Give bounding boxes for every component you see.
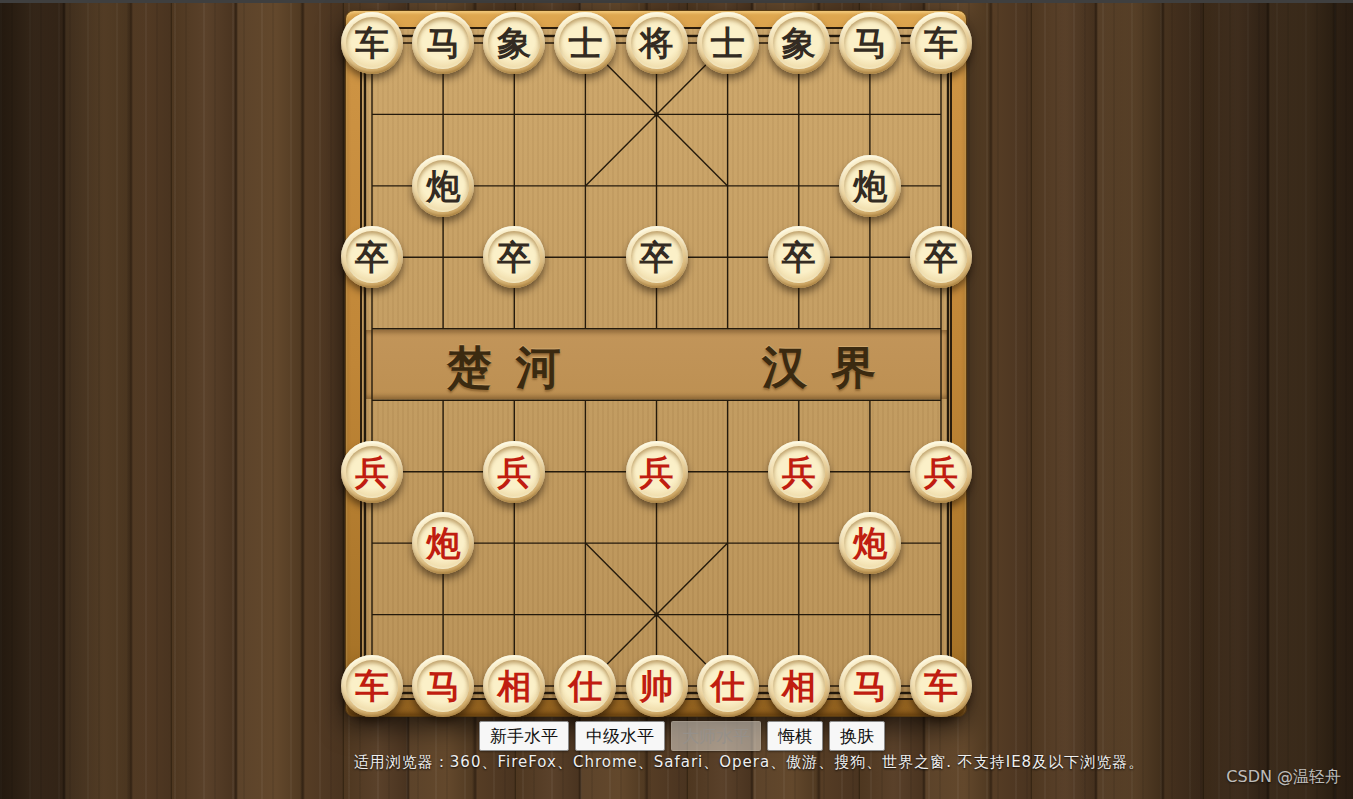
piece-face: 炮 bbox=[417, 517, 469, 569]
piece-character: 仕 bbox=[711, 669, 745, 703]
piece-black-horse[interactable]: 马 bbox=[839, 12, 901, 74]
piece-red-soldier[interactable]: 兵 bbox=[483, 441, 545, 503]
piece-black-soldier[interactable]: 卒 bbox=[483, 226, 545, 288]
piece-red-general[interactable]: 帅 bbox=[626, 655, 688, 717]
piece-character: 炮 bbox=[853, 526, 887, 560]
xiangqi-board: 楚河 汉界 bbox=[345, 10, 967, 717]
piece-black-cannon[interactable]: 炮 bbox=[839, 155, 901, 217]
piece-red-soldier[interactable]: 兵 bbox=[910, 441, 972, 503]
piece-red-chariot[interactable]: 车 bbox=[341, 655, 403, 717]
piece-face: 卒 bbox=[346, 231, 398, 283]
browser-support-note: 适用浏览器：360、FireFox、Chrome、Safari、Opera、傲游… bbox=[354, 753, 1144, 772]
piece-red-cannon[interactable]: 炮 bbox=[412, 512, 474, 574]
piece-face: 象 bbox=[773, 17, 825, 69]
piece-black-chariot[interactable]: 车 bbox=[910, 12, 972, 74]
piece-black-soldier[interactable]: 卒 bbox=[341, 226, 403, 288]
piece-red-horse[interactable]: 马 bbox=[839, 655, 901, 717]
piece-face: 马 bbox=[417, 17, 469, 69]
piece-face: 兵 bbox=[346, 446, 398, 498]
piece-character: 兵 bbox=[355, 455, 389, 489]
piece-red-chariot[interactable]: 车 bbox=[910, 655, 972, 717]
piece-face: 车 bbox=[915, 660, 967, 712]
piece-face: 马 bbox=[417, 660, 469, 712]
piece-face: 兵 bbox=[488, 446, 540, 498]
piece-character: 马 bbox=[426, 26, 460, 60]
piece-face: 卒 bbox=[631, 231, 683, 283]
piece-character: 卒 bbox=[355, 240, 389, 274]
board-grid-lines bbox=[362, 29, 950, 698]
piece-character: 车 bbox=[924, 26, 958, 60]
piece-character: 卒 bbox=[497, 240, 531, 274]
csdn-watermark: CSDN @温轻舟 bbox=[1226, 767, 1341, 788]
piece-character: 卒 bbox=[782, 240, 816, 274]
piece-character: 兵 bbox=[640, 455, 674, 489]
piece-character: 车 bbox=[355, 26, 389, 60]
piece-character: 仕 bbox=[568, 669, 602, 703]
piece-black-advisor[interactable]: 士 bbox=[554, 12, 616, 74]
piece-character: 炮 bbox=[426, 526, 460, 560]
piece-black-soldier[interactable]: 卒 bbox=[626, 226, 688, 288]
piece-character: 相 bbox=[782, 669, 816, 703]
piece-character: 卒 bbox=[924, 240, 958, 274]
piece-face: 帅 bbox=[631, 660, 683, 712]
controls: 新手水平中级水平大师水平悔棋换肤 bbox=[479, 721, 885, 751]
piece-face: 车 bbox=[346, 660, 398, 712]
piece-black-soldier[interactable]: 卒 bbox=[768, 226, 830, 288]
piece-face: 卒 bbox=[773, 231, 825, 283]
intermediate-level-button[interactable]: 中级水平 bbox=[575, 721, 665, 751]
change-skin-button[interactable]: 换肤 bbox=[829, 721, 885, 751]
piece-black-general[interactable]: 将 bbox=[626, 12, 688, 74]
piece-red-soldier[interactable]: 兵 bbox=[768, 441, 830, 503]
page: 楚河 汉界 bbox=[0, 0, 1353, 799]
piece-character: 马 bbox=[853, 669, 887, 703]
piece-character: 车 bbox=[355, 669, 389, 703]
piece-face: 兵 bbox=[773, 446, 825, 498]
piece-character: 将 bbox=[640, 26, 674, 60]
piece-black-soldier[interactable]: 卒 bbox=[910, 226, 972, 288]
beginner-level-button[interactable]: 新手水平 bbox=[479, 721, 569, 751]
piece-character: 象 bbox=[497, 26, 531, 60]
piece-character: 卒 bbox=[640, 240, 674, 274]
piece-character: 兵 bbox=[497, 455, 531, 489]
piece-face: 卒 bbox=[488, 231, 540, 283]
piece-face: 士 bbox=[559, 17, 611, 69]
piece-black-chariot[interactable]: 车 bbox=[341, 12, 403, 74]
piece-character: 兵 bbox=[782, 455, 816, 489]
piece-character: 马 bbox=[853, 26, 887, 60]
undo-move-button[interactable]: 悔棋 bbox=[767, 721, 823, 751]
piece-red-elephant[interactable]: 相 bbox=[768, 655, 830, 717]
piece-black-cannon[interactable]: 炮 bbox=[412, 155, 474, 217]
piece-face: 车 bbox=[915, 17, 967, 69]
piece-red-horse[interactable]: 马 bbox=[412, 655, 474, 717]
piece-character: 相 bbox=[497, 669, 531, 703]
piece-face: 炮 bbox=[844, 160, 896, 212]
piece-character: 车 bbox=[924, 669, 958, 703]
piece-face: 兵 bbox=[915, 446, 967, 498]
piece-red-elephant[interactable]: 相 bbox=[483, 655, 545, 717]
piece-face: 马 bbox=[844, 660, 896, 712]
piece-character: 士 bbox=[568, 26, 602, 60]
piece-black-advisor[interactable]: 士 bbox=[697, 12, 759, 74]
piece-face: 相 bbox=[488, 660, 540, 712]
piece-black-elephant[interactable]: 象 bbox=[483, 12, 545, 74]
piece-black-elephant[interactable]: 象 bbox=[768, 12, 830, 74]
piece-character: 象 bbox=[782, 26, 816, 60]
piece-face: 相 bbox=[773, 660, 825, 712]
piece-face: 炮 bbox=[844, 517, 896, 569]
piece-character: 帅 bbox=[640, 669, 674, 703]
piece-face: 仕 bbox=[559, 660, 611, 712]
piece-face: 仕 bbox=[702, 660, 754, 712]
piece-face: 象 bbox=[488, 17, 540, 69]
piece-face: 车 bbox=[346, 17, 398, 69]
piece-character: 炮 bbox=[853, 169, 887, 203]
piece-black-horse[interactable]: 马 bbox=[412, 12, 474, 74]
piece-character: 兵 bbox=[924, 455, 958, 489]
piece-character: 炮 bbox=[426, 169, 460, 203]
piece-face: 马 bbox=[844, 17, 896, 69]
master-level-button: 大师水平 bbox=[671, 721, 761, 751]
board-field[interactable]: 楚河 汉界 bbox=[360, 27, 952, 700]
piece-character: 士 bbox=[711, 26, 745, 60]
piece-face: 将 bbox=[631, 17, 683, 69]
piece-red-cannon[interactable]: 炮 bbox=[839, 512, 901, 574]
piece-face: 士 bbox=[702, 17, 754, 69]
piece-face: 炮 bbox=[417, 160, 469, 212]
top-strip bbox=[0, 0, 1353, 3]
piece-red-soldier[interactable]: 兵 bbox=[626, 441, 688, 503]
piece-character: 马 bbox=[426, 669, 460, 703]
piece-red-advisor[interactable]: 仕 bbox=[697, 655, 759, 717]
piece-face: 卒 bbox=[915, 231, 967, 283]
piece-face: 兵 bbox=[631, 446, 683, 498]
piece-red-advisor[interactable]: 仕 bbox=[554, 655, 616, 717]
piece-red-soldier[interactable]: 兵 bbox=[341, 441, 403, 503]
